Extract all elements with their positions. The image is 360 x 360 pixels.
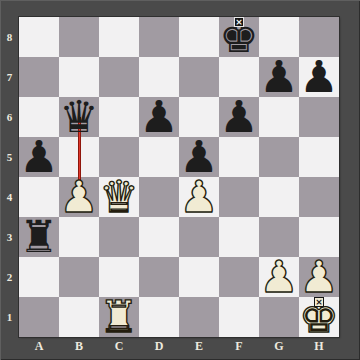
black-pawn-glyph: ♟ [139,97,178,137]
white-rook-c1[interactable]: ♜ [99,297,139,337]
square-d8[interactable] [139,17,179,57]
file-label-f: F [219,337,259,360]
square-a8[interactable] [19,17,59,57]
square-g5[interactable] [259,137,299,177]
white-pawn-glyph: ♟ [259,257,298,297]
white-pawn-g2[interactable]: ♟ [259,257,299,297]
white-king-h1[interactable]: ♚× [299,297,339,337]
rank-label-6: 6 [0,97,19,137]
square-f3[interactable] [219,217,259,257]
black-pawn-g7[interactable]: ♟ [259,57,299,97]
rank-label-8: 8 [0,17,19,57]
square-b8[interactable] [59,17,99,57]
square-a2[interactable] [19,257,59,297]
square-h6[interactable] [299,97,339,137]
black-pawn-glyph: ♟ [219,97,258,137]
black-king-f8[interactable]: ♚× [219,17,259,57]
square-e7[interactable] [179,57,219,97]
black-pawn-glyph: ♟ [259,57,298,97]
square-h5[interactable] [299,137,339,177]
rank-label-1: 1 [0,297,19,337]
square-d1[interactable] [139,297,179,337]
square-e2[interactable] [179,257,219,297]
white-pawn-b4[interactable]: ♟ [59,177,99,217]
square-b2[interactable] [59,257,99,297]
black-queen-b6[interactable]: ♛ [59,97,99,137]
chess-board: ♚×♟♟♛♟♟♟♟♟♛♟♜♟♟♜♚× [19,17,339,337]
square-f2[interactable] [219,257,259,297]
white-queen-c4[interactable]: ♛ [99,177,139,217]
square-a1[interactable] [19,297,59,337]
file-labels: ABCDEFGH [19,337,339,360]
rank-labels: 87654321 [0,17,19,337]
square-b3[interactable] [59,217,99,257]
white-pawn-e4[interactable]: ♟ [179,177,219,217]
black-pawn-h7[interactable]: ♟ [299,57,339,97]
square-g4[interactable] [259,177,299,217]
file-label-g: G [259,337,299,360]
square-f5[interactable] [219,137,259,177]
black-rook-a3[interactable]: ♜ [19,217,59,257]
square-a7[interactable] [19,57,59,97]
square-d4[interactable] [139,177,179,217]
square-g1[interactable] [259,297,299,337]
black-pawn-d6[interactable]: ♟ [139,97,179,137]
square-f4[interactable] [219,177,259,217]
file-label-e: E [179,337,219,360]
square-f1[interactable] [219,297,259,337]
square-c6[interactable] [99,97,139,137]
rank-label-5: 5 [0,137,19,177]
square-c3[interactable] [99,217,139,257]
white-rook-glyph: ♜ [99,297,138,337]
white-pawn-glyph: ♟ [59,177,98,217]
chess-board-frame: 87654321 ABCDEFGH ♚×♟♟♛♟♟♟♟♟♛♟♜♟♟♜♚× [0,0,360,360]
file-label-d: D [139,337,179,360]
white-queen-glyph: ♛ [99,177,138,217]
square-e1[interactable] [179,297,219,337]
black-rook-glyph: ♜ [19,217,58,257]
rank-label-7: 7 [0,57,19,97]
square-g6[interactable] [259,97,299,137]
square-e8[interactable] [179,17,219,57]
square-d2[interactable] [139,257,179,297]
square-c8[interactable] [99,17,139,57]
rank-label-2: 2 [0,257,19,297]
file-label-b: B [59,337,99,360]
king-cross-icon: × [314,297,324,307]
square-h4[interactable] [299,177,339,217]
square-d3[interactable] [139,217,179,257]
black-pawn-f6[interactable]: ♟ [219,97,259,137]
file-label-a: A [19,337,59,360]
king-cross-icon: × [234,17,244,27]
rank-label-4: 4 [0,177,19,217]
square-d5[interactable] [139,137,179,177]
rank-label-3: 3 [0,217,19,257]
black-pawn-glyph: ♟ [19,137,58,177]
white-pawn-glyph: ♟ [179,177,218,217]
black-pawn-glyph: ♟ [299,57,338,97]
square-b1[interactable] [59,297,99,337]
black-pawn-a5[interactable]: ♟ [19,137,59,177]
square-e3[interactable] [179,217,219,257]
square-c7[interactable] [99,57,139,97]
black-queen-glyph: ♛ [59,97,98,137]
